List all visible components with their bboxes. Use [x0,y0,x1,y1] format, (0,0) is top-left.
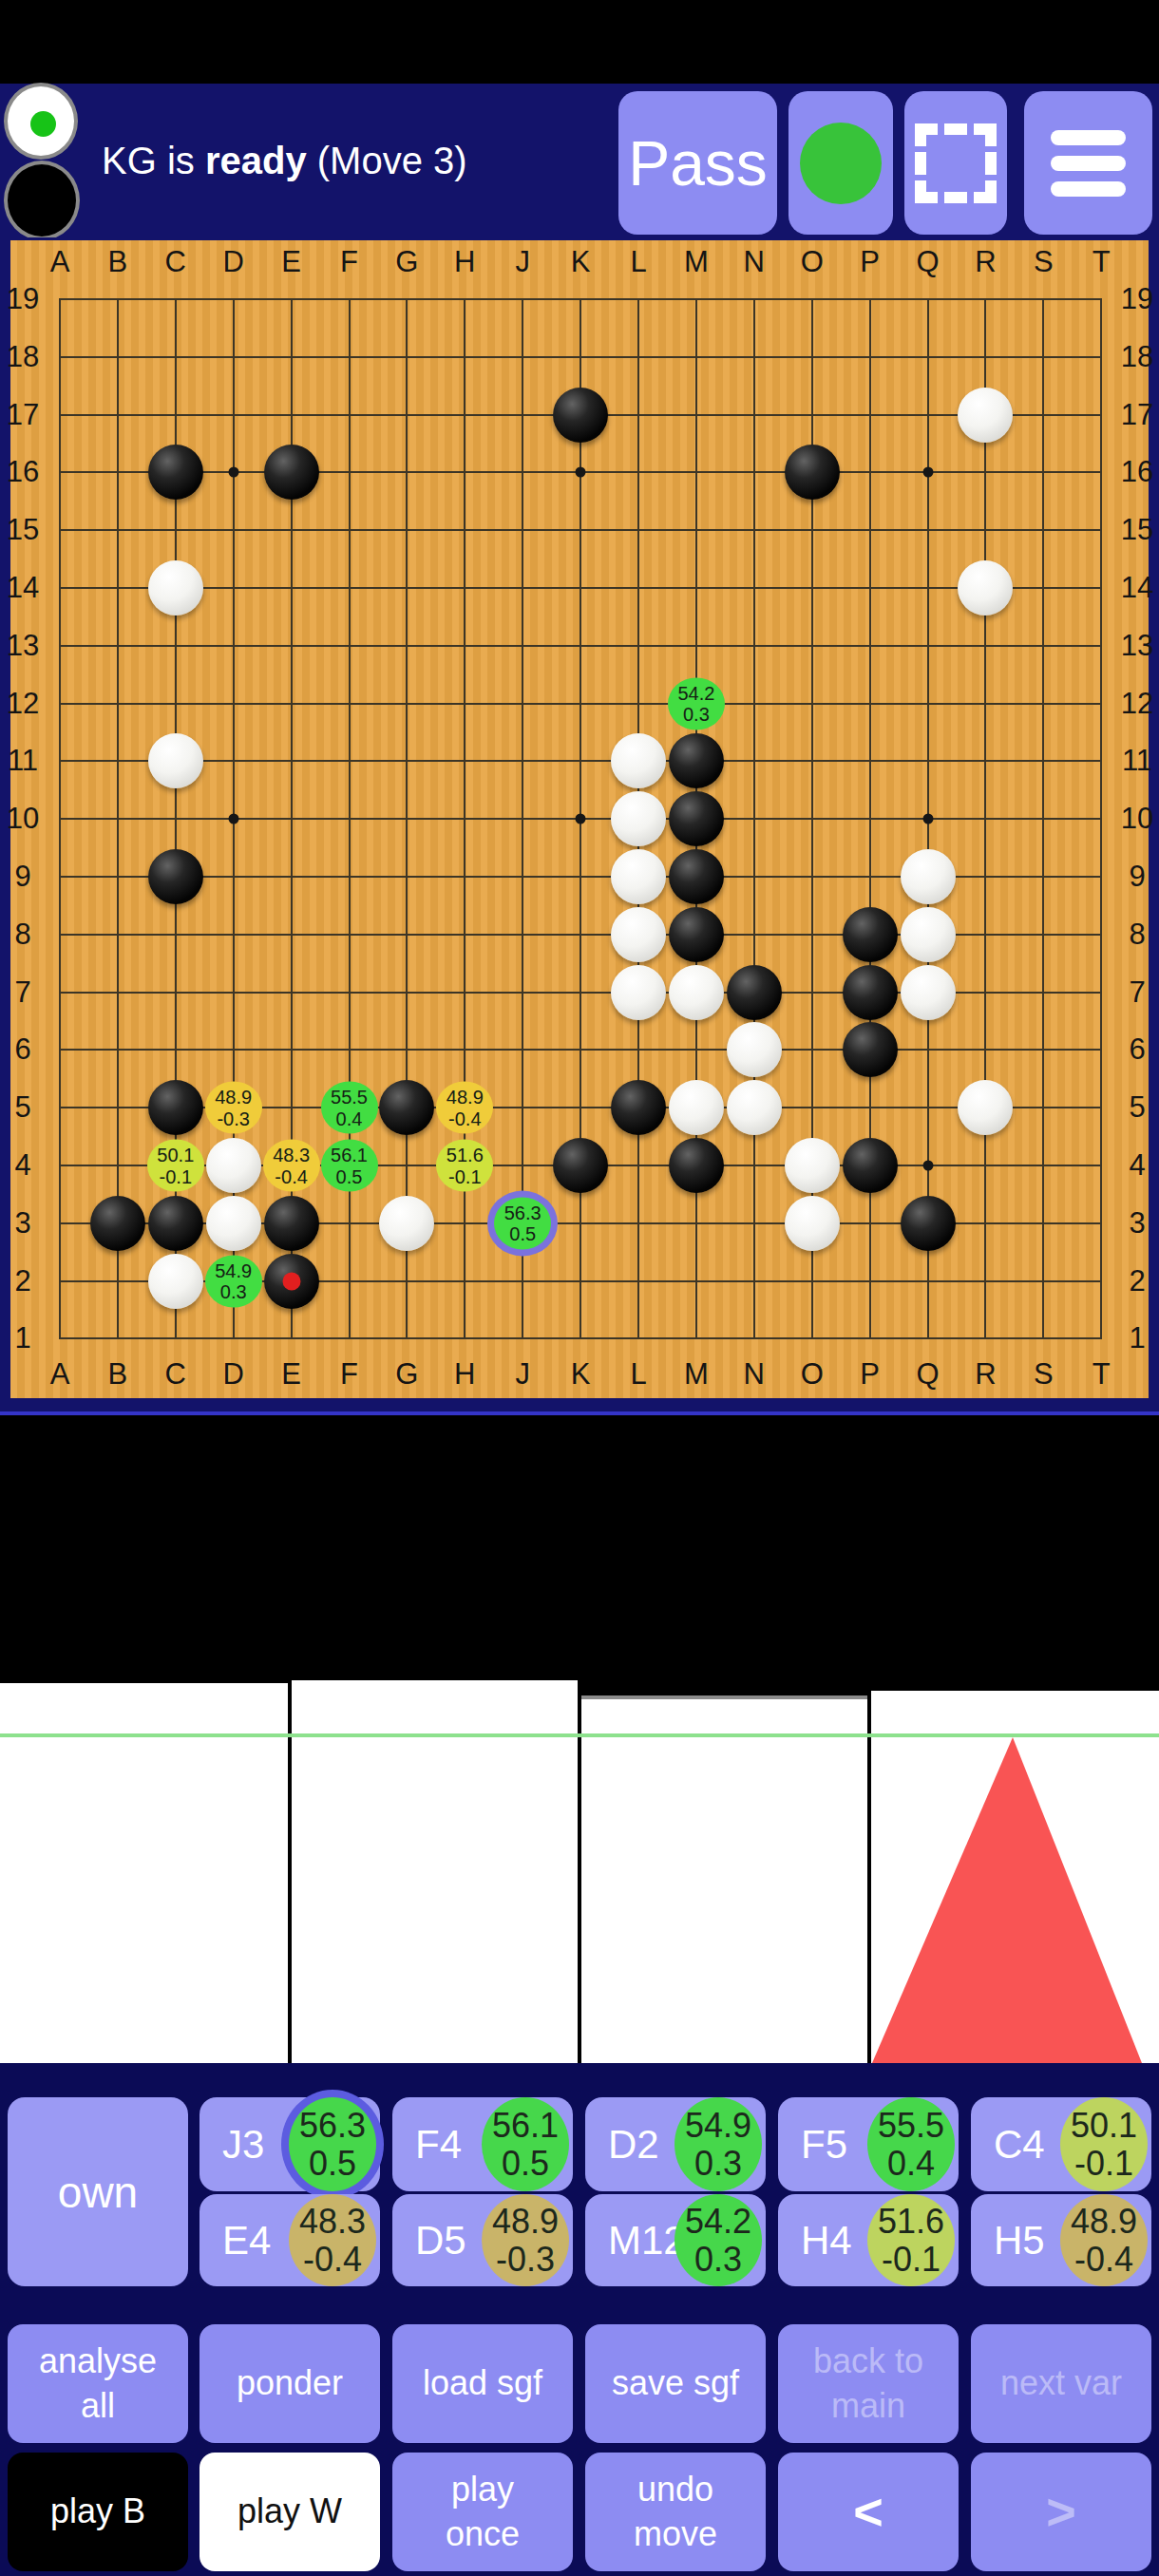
chip-value-circle: 48.9-0.3 [482,2194,569,2286]
status-text: KG is ready (Move 3) [102,84,467,237]
green-circle-icon [800,123,882,204]
coordinate-label: M [684,245,709,279]
coordinate-label: C [165,1357,186,1392]
board-suggestion-M12[interactable]: 54.20.3 [668,677,725,729]
stone-white-M7 [669,965,724,1020]
stone-white-D4 [206,1138,261,1193]
coordinate-label: B [108,1357,128,1392]
coordinate-label: 16 [7,455,39,489]
active-turn-green-dot-icon [30,111,56,137]
load-sgf-button[interactable]: load sgf [392,2324,573,2443]
board-frame: AABBCCDDEEFFGGHHJJKKLLMMNNOOPPQQRRSSTT19… [0,237,1159,1415]
hamburger-icon [1051,130,1126,145]
coordinate-label: N [744,1357,765,1392]
star-point [228,467,238,478]
stone-black-M8 [669,907,724,962]
stone-black-M11 [669,733,724,788]
chip-value-circle: 56.10.5 [482,2097,569,2191]
coordinate-label: J [515,1357,530,1392]
chip-move-label: D5 [415,2218,466,2263]
board-suggestion-C4[interactable]: 50.1-0.1 [147,1140,204,1192]
pass-button[interactable]: Pass [618,91,777,235]
stone-black-C16 [148,445,203,500]
stone-white-O3 [785,1196,840,1251]
coordinate-label: 14 [7,571,39,605]
coordinate-label: 15 [7,513,39,547]
coordinate-label: 8 [1129,918,1145,952]
stone-white-C2 [148,1254,203,1309]
coordinate-label: 5 [1129,1090,1145,1125]
coordinate-label: L [630,1357,646,1392]
stone-black-Q3 [901,1196,956,1251]
coordinate-label: P [860,245,880,279]
stone-black-C3 [148,1196,203,1251]
coordinate-label: 9 [1129,860,1145,894]
coordinate-label: F [340,245,358,279]
chip-move-label: F4 [415,2122,462,2168]
chip-move-label: H5 [994,2218,1045,2263]
chip-value-circle: 48.3-0.4 [289,2194,376,2286]
star-point [922,1161,933,1171]
stone-black-C9 [148,849,203,904]
chip-move-label: C4 [994,2122,1045,2168]
coordinate-label: Q [916,245,939,279]
board-suggestion-D2[interactable]: 54.90.3 [205,1255,262,1307]
stone-white-C11 [148,733,203,788]
stone-white-M5 [669,1080,724,1135]
stone-white-Q9 [901,849,956,904]
prev-move-button[interactable]: < [778,2453,959,2571]
stone-white-C14 [148,560,203,616]
board-suggestion-J3[interactable]: 56.30.5 [494,1197,551,1249]
coordinate-label: 2 [1129,1264,1145,1298]
stone-white-R5 [958,1080,1013,1135]
coordinate-label: Q [916,1357,939,1392]
play-once-button[interactable]: play once [392,2453,573,2571]
play-white-button[interactable]: play W [199,2453,380,2571]
stone-black-K4 [553,1138,608,1193]
coordinate-label: M [684,1357,709,1392]
coordinate-label: 4 [14,1148,30,1183]
star-point [228,814,238,824]
play-black-button[interactable]: play B [8,2453,188,2571]
coordinate-label: G [395,1357,418,1392]
star-point [576,814,586,824]
coordinate-label: 1 [14,1321,30,1355]
coordinate-label: H [454,245,475,279]
coordinate-label: 8 [14,918,30,952]
coordinate-label: 18 [7,340,39,374]
coordinate-label: R [975,1357,996,1392]
grid-line [59,1337,1102,1339]
board-suggestion-H4[interactable]: 51.6-0.1 [436,1140,493,1192]
suggestion-chip-F4[interactable]: F456.10.5 [392,2097,573,2191]
app-screen: KG is ready (Move 3) Pass AABBCCDDEEFFGG… [0,0,1159,2576]
star-point [922,814,933,824]
chip-move-label: E4 [222,2218,271,2263]
top-bar: KG is ready (Move 3) Pass [0,84,1159,237]
stone-black-G5 [379,1080,434,1135]
undo-move-button[interactable]: undo move [585,2453,766,2571]
hamburger-icon [1051,156,1126,171]
stone-black-P7 [843,965,898,1020]
save-sgf-button[interactable]: save sgf [585,2324,766,2443]
coordinate-label: N [744,245,765,279]
coordinate-label: 14 [1121,571,1153,605]
coordinate-label: K [571,1357,591,1392]
coordinate-label: 3 [1129,1206,1145,1241]
chip-value-circle: 48.9-0.4 [1060,2194,1148,2286]
suggestion-chip-H5[interactable]: H548.9-0.4 [971,2194,1151,2286]
stone-white-N6 [727,1022,782,1077]
graph-panel [0,1683,288,2063]
stone-white-Q8 [901,907,956,962]
chip-value-circle: 55.50.4 [867,2097,955,2191]
dashed-square-icon [915,123,997,203]
stone-white-G3 [379,1196,434,1251]
chip-value-circle: 54.20.3 [674,2194,762,2286]
coordinate-label: H [454,1357,475,1392]
grid-line [753,298,755,1339]
stone-black-M4 [669,1138,724,1193]
coordinate-label: D [222,245,243,279]
stone-white-N5 [727,1080,782,1135]
coordinate-label: B [108,245,128,279]
chip-move-label: J3 [222,2122,264,2168]
suggestion-chip-M12[interactable]: M1254.20.3 [585,2194,766,2286]
graph-red-triangle [872,1737,1142,2063]
coordinate-label: L [630,245,646,279]
coordinate-label: T [1092,245,1111,279]
last-move-marker [282,1272,300,1290]
stone-white-Q7 [901,965,956,1020]
stone-black-M9 [669,849,724,904]
coordinate-label: C [165,245,186,279]
ponder-button[interactable]: ponder [199,2324,380,2443]
coordinate-label: 3 [14,1206,30,1241]
coordinate-label: O [801,1357,824,1392]
suggestion-chip-D2[interactable]: D254.90.3 [585,2097,766,2191]
coordinate-label: 7 [1129,975,1145,1010]
stone-white-O4 [785,1138,840,1193]
menu-button[interactable] [1024,91,1152,235]
grid-line [1100,298,1102,1339]
stone-black-P6 [843,1022,898,1077]
stone-black-N7 [727,965,782,1020]
graph-panel [581,1695,867,2063]
hamburger-icon [1051,181,1126,197]
stone-black-M10 [669,791,724,846]
coordinate-label: 19 [7,282,39,316]
coordinate-label: 19 [1121,282,1153,316]
stone-black-E16 [264,445,319,500]
coordinate-label: 16 [1121,455,1153,489]
chip-move-label: F5 [801,2122,847,2168]
coordinate-label: 17 [1121,398,1153,432]
coordinate-label: 5 [14,1090,30,1125]
coordinate-label: K [571,245,591,279]
coordinate-label: 11 [1122,744,1152,778]
winrate-graph[interactable] [0,1680,1159,2063]
stone-white-R14 [958,560,1013,616]
next-move-button[interactable]: > [971,2453,1151,2571]
black-player-indicator [4,161,80,240]
board-suggestion-H5[interactable]: 48.9-0.4 [436,1082,493,1134]
coordinate-label: O [801,245,824,279]
coordinate-label: 15 [1121,513,1153,547]
coordinate-label: 13 [7,629,39,663]
chip-value-circle: 54.90.3 [674,2097,762,2191]
coordinate-label: T [1092,1357,1111,1392]
coordinate-label: E [281,245,301,279]
coordinate-label: S [1034,1357,1054,1392]
coordinate-label: P [860,1357,880,1392]
suggestion-chip-F5[interactable]: F555.50.4 [778,2097,959,2191]
coordinate-label: J [515,245,530,279]
stone-white-L11 [611,733,666,788]
grid-line [1042,298,1044,1339]
stone-white-L7 [611,965,666,1020]
stone-black-K17 [553,388,608,443]
stone-white-D3 [206,1196,261,1251]
engine-move-button[interactable] [788,91,893,235]
next-var-button[interactable]: next var [971,2324,1151,2443]
coordinate-label: D [222,1357,243,1392]
coordinate-label: 10 [1121,802,1153,836]
stone-white-L8 [611,907,666,962]
board-suggestion-F4[interactable]: 56.10.5 [321,1140,378,1192]
coordinate-label: 4 [1129,1148,1145,1183]
coordinate-label: A [50,245,70,279]
graph-panel [292,1680,578,2063]
stone-black-C5 [148,1080,203,1135]
chip-value-circle: 51.6-0.1 [867,2194,955,2286]
go-board[interactable]: AABBCCDDEEFFGGHHJJKKLLMMNNOOPPQQRRSSTT19… [10,240,1149,1398]
coordinate-label: 7 [14,975,30,1010]
suggestion-chip-E4[interactable]: E448.3-0.4 [199,2194,380,2286]
chip-value-circle: 50.1-0.1 [1060,2097,1148,2191]
coordinate-label: 18 [1121,340,1153,374]
stone-black-P4 [843,1138,898,1193]
board-suggestion-F5[interactable]: 55.50.4 [321,1082,378,1134]
star-point [922,467,933,478]
analyse-all-button[interactable]: analyse all [8,2324,188,2443]
coordinate-label: S [1034,245,1054,279]
stone-black-P8 [843,907,898,962]
coordinate-label: G [395,245,418,279]
coordinate-label: A [50,1357,70,1392]
stone-white-L10 [611,791,666,846]
stone-black-E3 [264,1196,319,1251]
stone-black-O16 [785,445,840,500]
grid-line [984,298,986,1339]
coordinate-label: 17 [7,398,39,432]
coordinate-label: 12 [7,687,39,721]
suggestion-chip-D5[interactable]: D548.9-0.3 [392,2194,573,2286]
coordinate-label: 6 [14,1032,30,1067]
suggestion-chip-C4[interactable]: C450.1-0.1 [971,2097,1151,2191]
coordinate-label: R [975,245,996,279]
chip-move-label: D2 [608,2122,659,2168]
coordinate-label: 9 [14,860,30,894]
white-player-indicator [4,83,78,160]
coordinate-label: 2 [14,1264,30,1298]
suggestion-chip-J3[interactable]: J356.30.5 [199,2097,380,2191]
coordinate-label: F [340,1357,358,1392]
own-button[interactable]: own [8,2097,188,2286]
chip-move-label: H4 [801,2218,852,2263]
back-to-main-button[interactable]: back to main [778,2324,959,2443]
select-region-button[interactable] [904,91,1007,235]
coordinate-label: 12 [1121,687,1153,721]
stone-black-L5 [611,1080,666,1135]
coordinate-label: 11 [8,744,38,778]
chip-value-circle: 56.30.5 [289,2097,376,2191]
suggestion-chip-H4[interactable]: H451.6-0.1 [778,2194,959,2286]
stone-white-R17 [958,388,1013,443]
coordinate-label: 13 [1121,629,1153,663]
coordinate-label: 6 [1129,1032,1145,1067]
coordinate-label: E [281,1357,301,1392]
board-suggestion-E4[interactable]: 48.3-0.4 [263,1140,320,1192]
stone-white-L9 [611,849,666,904]
coordinate-label: 1 [1129,1321,1145,1355]
stone-black-B3 [90,1196,145,1251]
coordinate-label: 10 [7,802,39,836]
board-suggestion-D5[interactable]: 48.9-0.3 [205,1082,262,1134]
star-point [576,467,586,478]
grid-line [59,1049,1102,1051]
